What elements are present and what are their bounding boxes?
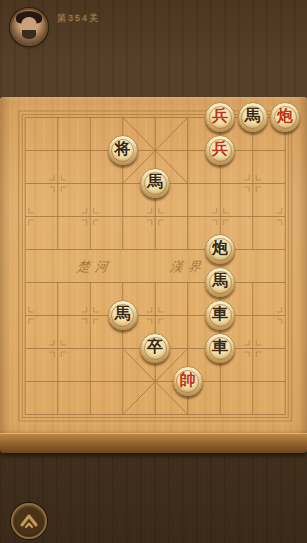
piece-i1[interactable]: 炮 (270, 102, 300, 132)
piece-glyph: 炮 (212, 240, 228, 256)
piece-d7[interactable]: 馬 (108, 300, 138, 330)
piece-d2[interactable]: 将 (108, 135, 138, 165)
board-grid: 楚河 漢界 兵馬炮将兵馬炮馬馬車卒車帥 (9, 101, 302, 431)
piece-g2[interactable]: 兵 (205, 135, 235, 165)
piece-e8[interactable]: 卒 (140, 333, 170, 363)
piece-glyph: 将 (115, 141, 131, 157)
xiangqi-game-screen: 第354关 楚河 漢界 兵馬炮将兵馬炮馬馬車卒車帥 (0, 0, 307, 543)
piece-glyph: 兵 (212, 141, 228, 157)
piece-glyph: 車 (212, 339, 228, 355)
piece-glyph: 馬 (115, 306, 131, 322)
piece-h1[interactable]: 馬 (238, 102, 268, 132)
piece-glyph: 馬 (245, 108, 261, 124)
piece-g7[interactable]: 車 (205, 300, 235, 330)
avatar-beard (22, 30, 36, 39)
pieces-layer: 兵馬炮将兵馬炮馬馬車卒車帥 (9, 101, 302, 431)
level-text: 第354关 (57, 12, 100, 25)
piece-glyph: 車 (212, 306, 228, 322)
player-avatar[interactable] (10, 8, 48, 46)
piece-glyph: 馬 (147, 174, 163, 190)
piece-g6[interactable]: 馬 (205, 267, 235, 297)
chevron-up-icon (17, 509, 41, 533)
piece-f9[interactable]: 帥 (173, 366, 203, 396)
piece-g8[interactable]: 車 (205, 333, 235, 363)
piece-glyph: 卒 (147, 339, 163, 355)
piece-glyph: 兵 (212, 108, 228, 124)
game-board: 楚河 漢界 兵馬炮将兵馬炮馬馬車卒車帥 (0, 97, 307, 453)
piece-glyph: 炮 (277, 108, 293, 124)
piece-glyph: 馬 (212, 273, 228, 289)
board-surface: 楚河 漢界 兵馬炮将兵馬炮馬馬車卒車帥 (0, 97, 307, 433)
piece-g1[interactable]: 兵 (205, 102, 235, 132)
piece-e3[interactable]: 馬 (140, 168, 170, 198)
expand-button[interactable] (11, 503, 47, 539)
board-front-edge (0, 433, 307, 453)
piece-glyph: 帥 (180, 372, 196, 388)
piece-g5[interactable]: 炮 (205, 234, 235, 264)
